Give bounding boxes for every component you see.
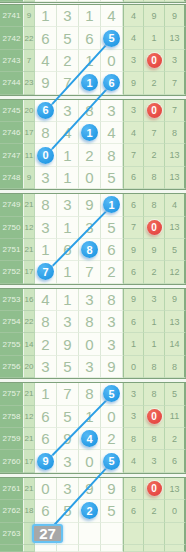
digit-value: 8 bbox=[85, 102, 93, 119]
digit-cell: 1 bbox=[35, 239, 57, 261]
stat-cell: 8 bbox=[123, 478, 144, 500]
sum-cell bbox=[24, 0, 35, 2]
digit-cell: 5 bbox=[101, 167, 123, 189]
digit-cell: 7 bbox=[35, 261, 57, 283]
stat-cell: 13 bbox=[165, 217, 186, 239]
trend-row: 274374210303 bbox=[0, 50, 186, 72]
digit-cell: 4 bbox=[101, 5, 123, 27]
issue-label: 2755 bbox=[3, 340, 21, 349]
stat-value: 6 bbox=[172, 456, 177, 466]
stat-cell: 8 bbox=[144, 194, 165, 216]
stat-value: 6 bbox=[131, 172, 136, 182]
stat-cell: 7 bbox=[123, 144, 144, 166]
issue-cell bbox=[0, 545, 24, 552]
digit-cell: 4 bbox=[35, 50, 57, 72]
digit-cell: 0 bbox=[79, 450, 101, 472]
stat-cell bbox=[144, 0, 165, 2]
stat-cell: 4 bbox=[123, 5, 144, 27]
stat-cell: 6 bbox=[165, 450, 186, 472]
digit-cell: 0 bbox=[35, 144, 57, 166]
digit-cell: 1 bbox=[35, 383, 57, 405]
stat-cell: 9 bbox=[123, 289, 144, 311]
digit-cell: 7 bbox=[57, 72, 79, 94]
stat-value: 9 bbox=[151, 245, 156, 255]
stat-value: 5 bbox=[172, 389, 177, 399]
stat-value: 3 bbox=[151, 294, 156, 304]
digit-value: 3 bbox=[41, 169, 49, 186]
stat-value: 3 bbox=[131, 411, 136, 421]
stat-value: 6 bbox=[131, 506, 136, 516]
blue-circle-mark: 8 bbox=[81, 241, 98, 258]
digit-cell: 8 bbox=[79, 100, 101, 122]
stat-cell: 7 bbox=[165, 100, 186, 122]
issue-cell bbox=[0, 0, 24, 2]
digit-cell: 1 bbox=[57, 167, 79, 189]
stat-value: 13 bbox=[169, 172, 179, 182]
stat-value: 2 bbox=[172, 434, 177, 444]
stat-value: 8 bbox=[151, 362, 156, 372]
issue-label: 2763 bbox=[3, 529, 21, 538]
digit-value: 1 bbox=[63, 147, 71, 164]
issue-label: 2741 bbox=[3, 11, 21, 20]
stat-value: 8 bbox=[131, 484, 136, 494]
digit-cell: 27 bbox=[35, 523, 57, 545]
trend-row: 2762186525620 bbox=[0, 500, 186, 522]
trend-row: 2756203539088 bbox=[0, 356, 186, 378]
issue-cell: 2758 bbox=[0, 406, 24, 428]
stat-value: 13 bbox=[169, 484, 179, 494]
stat-value: 11 bbox=[170, 411, 179, 421]
issue-label: 2753 bbox=[3, 295, 21, 304]
digit-cell: 0 bbox=[79, 333, 101, 355]
digit-cell: 3 bbox=[57, 5, 79, 27]
stat-value: 8 bbox=[172, 128, 177, 138]
stat-cell bbox=[123, 545, 144, 552]
digit-value: 5 bbox=[107, 502, 115, 519]
digit-cell bbox=[101, 0, 123, 2]
stat-value: 7 bbox=[131, 222, 136, 232]
sum-cell: 21 bbox=[24, 239, 35, 261]
issue-cell: 2756 bbox=[0, 356, 24, 378]
digit-value: 1 bbox=[41, 385, 49, 402]
digit-value: 4 bbox=[63, 124, 71, 141]
stat-value: 13 bbox=[169, 33, 179, 43]
stat-value: 5 bbox=[172, 245, 177, 255]
stat-cell: 2 bbox=[144, 261, 165, 283]
digit-cell: 6 bbox=[101, 72, 123, 94]
trend-row: 274191314499 bbox=[0, 5, 186, 27]
stat-cell bbox=[123, 0, 144, 2]
digit-cell: 8 bbox=[35, 194, 57, 216]
digit-value: 1 bbox=[63, 169, 71, 186]
issue-cell: 2762 bbox=[0, 500, 24, 522]
sum-label: 16 bbox=[25, 295, 34, 304]
digit-cell: 3 bbox=[101, 100, 123, 122]
red-circle-mark: 0 bbox=[147, 409, 162, 424]
digit-cell: 0 bbox=[101, 406, 123, 428]
sum-cell: 17 bbox=[24, 261, 35, 283]
digit-cell: 4 bbox=[79, 428, 101, 450]
issue-cell: 2761 bbox=[0, 478, 24, 500]
digit-value: 1 bbox=[63, 263, 71, 280]
issue-label: 2762 bbox=[3, 506, 21, 515]
digit-cell: 6 bbox=[101, 239, 123, 261]
trend-row: 2748931056813 bbox=[0, 167, 186, 189]
digit-cell: 2 bbox=[101, 261, 123, 283]
stat-value: 3 bbox=[172, 55, 177, 65]
digit-value: 0 bbox=[85, 336, 93, 353]
sum-cell: 22 bbox=[24, 311, 35, 333]
blue-circle-mark: 5 bbox=[103, 385, 120, 402]
issue-label: 2746 bbox=[3, 128, 21, 137]
sum-cell: 12 bbox=[24, 406, 35, 428]
sum-cell: 21 bbox=[24, 478, 35, 500]
blue-circle-mark: 1 bbox=[103, 196, 120, 213]
issue-label: 2754 bbox=[3, 317, 21, 326]
blue-circle-mark: 9 bbox=[37, 453, 54, 470]
stat-value: 1 bbox=[151, 339, 156, 349]
stat-cell: 6 bbox=[123, 500, 144, 522]
digit-cell: 3 bbox=[79, 217, 101, 239]
sum-cell: 16 bbox=[24, 289, 35, 311]
stat-cell: 2 bbox=[144, 72, 165, 94]
sum-label: 18 bbox=[25, 506, 34, 515]
stat-cell: 13 bbox=[165, 478, 186, 500]
trend-row: 27422265654113 bbox=[0, 27, 186, 49]
digit-value: 3 bbox=[41, 219, 49, 236]
digit-cell: 5 bbox=[57, 500, 79, 522]
digit-cell: 5 bbox=[101, 27, 123, 49]
sum-label: 9 bbox=[27, 173, 31, 182]
stat-value: 9 bbox=[131, 294, 136, 304]
digit-cell: 1 bbox=[57, 289, 79, 311]
digit-value: 3 bbox=[85, 219, 93, 236]
trend-row: 27542283836113 bbox=[0, 311, 186, 333]
stat-cell: 6 bbox=[123, 311, 144, 333]
stat-cell: 6 bbox=[123, 261, 144, 283]
sum-cell: 20 bbox=[24, 100, 35, 122]
stat-cell: 9 bbox=[165, 289, 186, 311]
digit-value: 6 bbox=[85, 30, 93, 47]
digit-value: 2 bbox=[63, 52, 71, 69]
digit-cell: 8 bbox=[101, 289, 123, 311]
stat-cell: 5 bbox=[165, 383, 186, 405]
digit-cell: 5 bbox=[57, 27, 79, 49]
digit-cell: 9 bbox=[35, 72, 57, 94]
stat-cell: 8 bbox=[165, 356, 186, 378]
issue-label: 2759 bbox=[3, 434, 21, 443]
sum-label: 21 bbox=[25, 200, 34, 209]
digit-cell: 7 bbox=[57, 383, 79, 405]
digit-cell: 2 bbox=[79, 144, 101, 166]
stat-value: 2 bbox=[151, 150, 156, 160]
digit-cell: 9 bbox=[79, 478, 101, 500]
digit-value: 6 bbox=[41, 430, 49, 447]
digit-value: 3 bbox=[63, 7, 71, 24]
sum-cell: 23 bbox=[24, 72, 35, 94]
blue-circle-mark: 0 bbox=[37, 147, 54, 164]
issue-cell: 2741 bbox=[0, 5, 24, 27]
digit-cell: 3 bbox=[101, 311, 123, 333]
digit-cell: 7 bbox=[79, 261, 101, 283]
stat-cell bbox=[165, 523, 186, 545]
digit-value: 8 bbox=[85, 313, 93, 330]
issue-label: 2749 bbox=[3, 200, 21, 209]
stat-value: 1 bbox=[151, 317, 156, 327]
stat-cell: 1 bbox=[144, 27, 165, 49]
digit-value: 1 bbox=[63, 219, 71, 236]
red-circle-mark: 0 bbox=[147, 220, 162, 235]
stat-cell: 4 bbox=[165, 194, 186, 216]
digit-value: 5 bbox=[63, 502, 71, 519]
digit-value: 5 bbox=[63, 358, 71, 375]
trend-row: 2760179305436 bbox=[0, 450, 186, 472]
stat-cell: 3 bbox=[165, 50, 186, 72]
stat-value: 3 bbox=[131, 55, 136, 65]
stat-cell bbox=[123, 523, 144, 545]
sum-label: 21 bbox=[25, 434, 34, 443]
blue-circle-mark: 5 bbox=[103, 30, 120, 47]
digit-cell bbox=[79, 0, 101, 2]
digit-value: 2 bbox=[85, 147, 93, 164]
digit-cell: 3 bbox=[57, 100, 79, 122]
issue-label: 2743 bbox=[3, 56, 21, 65]
partial-row bbox=[0, 0, 186, 2]
stat-cell: 4 bbox=[123, 450, 144, 472]
sum-cell: 22 bbox=[24, 27, 35, 49]
issue-cell: 2759 bbox=[0, 428, 24, 450]
digit-value: 2 bbox=[107, 263, 115, 280]
stat-value: 9 bbox=[172, 11, 177, 21]
sum-label: 11 bbox=[25, 151, 33, 160]
digit-cell: 5 bbox=[101, 383, 123, 405]
digit-cell: 8 bbox=[79, 383, 101, 405]
sum-label: 21 bbox=[25, 484, 34, 493]
digit-value: 9 bbox=[107, 358, 115, 375]
stat-cell: 0 bbox=[165, 500, 186, 522]
digit-cell: 5 bbox=[101, 500, 123, 522]
stat-cell bbox=[165, 0, 186, 2]
stat-cell: 14 bbox=[165, 333, 186, 355]
stat-value: 8 bbox=[151, 389, 156, 399]
stat-cell: 9 bbox=[123, 239, 144, 261]
sum-cell: 11 bbox=[24, 144, 35, 166]
stat-cell: 9 bbox=[144, 5, 165, 27]
digit-value: 8 bbox=[85, 385, 93, 402]
digit-cell: 1 bbox=[79, 50, 101, 72]
stat-value: 4 bbox=[172, 200, 177, 210]
digit-cell bbox=[35, 545, 57, 552]
prediction-input[interactable]: 27 bbox=[32, 524, 63, 543]
stat-value: 13 bbox=[169, 150, 179, 160]
digit-cell: 3 bbox=[57, 194, 79, 216]
digit-cell: 5 bbox=[57, 356, 79, 378]
trend-row: 27551429031114 bbox=[0, 333, 186, 355]
digit-cell: 3 bbox=[79, 289, 101, 311]
stat-value: 4 bbox=[131, 456, 136, 466]
digit-value: 3 bbox=[107, 313, 115, 330]
sum-cell: 14 bbox=[24, 333, 35, 355]
stat-cell: 2 bbox=[144, 144, 165, 166]
stat-cell: 6 bbox=[123, 194, 144, 216]
digit-cell: 0 bbox=[35, 478, 57, 500]
stat-cell: 12 bbox=[165, 261, 186, 283]
stat-cell bbox=[144, 545, 165, 552]
digit-value: 1 bbox=[85, 7, 93, 24]
digit-value: 3 bbox=[107, 336, 115, 353]
trend-row: 2753164138939 bbox=[0, 289, 186, 311]
digit-value: 8 bbox=[41, 313, 49, 330]
issue-label: 2752 bbox=[3, 267, 21, 276]
digit-value: 3 bbox=[85, 291, 93, 308]
issue-label: 2747 bbox=[3, 151, 21, 160]
digit-cell: 3 bbox=[35, 217, 57, 239]
digit-cell: 1 bbox=[57, 144, 79, 166]
digit-value: 3 bbox=[85, 358, 93, 375]
stat-value: 2 bbox=[151, 506, 156, 516]
stat-value: 13 bbox=[169, 317, 179, 327]
digit-value: 3 bbox=[63, 453, 71, 470]
issue-label: 2758 bbox=[3, 412, 21, 421]
issue-label: 2742 bbox=[3, 34, 21, 43]
blue-circle-mark: 1 bbox=[81, 124, 98, 141]
red-circle-mark: 0 bbox=[147, 481, 162, 496]
sum-cell: 12 bbox=[24, 217, 35, 239]
red-circle-mark: 0 bbox=[147, 103, 162, 118]
stat-cell: 7 bbox=[123, 217, 144, 239]
blue-circle-mark: 6 bbox=[37, 102, 54, 119]
digit-value: 5 bbox=[63, 408, 71, 425]
issue-cell: 2754 bbox=[0, 311, 24, 333]
digit-value: 1 bbox=[41, 7, 49, 24]
digit-value: 1 bbox=[63, 291, 71, 308]
sum-cell bbox=[24, 545, 35, 552]
issue-cell: 2752 bbox=[0, 261, 24, 283]
digit-cell: 9 bbox=[57, 428, 79, 450]
digit-value: 0 bbox=[85, 169, 93, 186]
trend-row: 2744239716927 bbox=[0, 72, 186, 94]
stat-cell bbox=[144, 523, 165, 545]
stat-cell bbox=[165, 545, 186, 552]
stat-cell: 8 bbox=[144, 167, 165, 189]
stat-cell: 3 bbox=[123, 50, 144, 72]
digit-cell: 1 bbox=[79, 406, 101, 428]
digit-cell: 8 bbox=[79, 239, 101, 261]
digit-cell: 6 bbox=[79, 27, 101, 49]
partial-row bbox=[0, 545, 186, 552]
digit-cell bbox=[57, 0, 79, 2]
digit-value: 9 bbox=[63, 430, 71, 447]
digit-cell: 3 bbox=[35, 167, 57, 189]
digit-value: 6 bbox=[41, 408, 49, 425]
digit-cell: 5 bbox=[57, 406, 79, 428]
stat-value: 8 bbox=[151, 434, 156, 444]
sum-label: 12 bbox=[25, 223, 34, 232]
stat-cell: 2 bbox=[165, 428, 186, 450]
digit-cell: 8 bbox=[35, 122, 57, 144]
trend-row: 2745206383307 bbox=[0, 100, 186, 122]
stat-cell: 3 bbox=[123, 383, 144, 405]
digit-cell: 0 bbox=[101, 50, 123, 72]
digit-value: 6 bbox=[41, 502, 49, 519]
stat-value: 8 bbox=[172, 362, 177, 372]
stat-value: 7 bbox=[172, 105, 177, 115]
stat-cell: 1 bbox=[144, 333, 165, 355]
stat-value: 14 bbox=[169, 339, 179, 349]
stat-cell: 3 bbox=[144, 450, 165, 472]
stat-cell: 6 bbox=[123, 167, 144, 189]
digit-value: 1 bbox=[85, 52, 93, 69]
issue-label: 2757 bbox=[3, 389, 21, 398]
digit-value: 6 bbox=[63, 241, 71, 258]
digit-value: 4 bbox=[41, 291, 49, 308]
sum-label: 22 bbox=[25, 317, 34, 326]
stat-cell: 0 bbox=[144, 50, 165, 72]
digit-value: 0 bbox=[107, 408, 115, 425]
stat-cell: 0 bbox=[144, 100, 165, 122]
digit-value: 7 bbox=[63, 74, 71, 91]
sum-label: 9 bbox=[27, 11, 31, 20]
sum-cell: 21 bbox=[24, 428, 35, 450]
digit-cell: 6 bbox=[35, 500, 57, 522]
stat-value: 9 bbox=[131, 78, 136, 88]
digit-cell: 9 bbox=[79, 194, 101, 216]
trend-row: 27471101287213 bbox=[0, 144, 186, 166]
issue-cell: 2746 bbox=[0, 122, 24, 144]
digit-cell: 1 bbox=[79, 122, 101, 144]
stat-cell: 0 bbox=[123, 356, 144, 378]
stat-cell: 4 bbox=[123, 27, 144, 49]
stat-cell: 8 bbox=[144, 428, 165, 450]
digit-cell: 5 bbox=[101, 450, 123, 472]
digit-cell bbox=[101, 523, 123, 545]
digit-value: 5 bbox=[63, 30, 71, 47]
digit-cell: 3 bbox=[101, 333, 123, 355]
sum-label: 17 bbox=[25, 128, 34, 137]
stat-value: 8 bbox=[151, 172, 156, 182]
digit-cell: 4 bbox=[101, 122, 123, 144]
digit-cell: 3 bbox=[57, 311, 79, 333]
sum-label: 20 bbox=[25, 362, 34, 371]
digit-cell: 4 bbox=[57, 122, 79, 144]
trend-row: 2749218391684 bbox=[0, 194, 186, 216]
stat-value: 12 bbox=[169, 267, 179, 277]
stat-cell: 4 bbox=[123, 122, 144, 144]
trend-board: 2741913144992742226565411327437421030327… bbox=[0, 0, 186, 552]
stat-value: 9 bbox=[131, 245, 136, 255]
issue-cell: 2760 bbox=[0, 450, 24, 472]
digit-value: 0 bbox=[85, 453, 93, 470]
stat-cell: 3 bbox=[144, 289, 165, 311]
sum-label: 14 bbox=[25, 340, 34, 349]
digit-cell: 8 bbox=[101, 144, 123, 166]
digit-value: 9 bbox=[85, 196, 93, 213]
digit-cell: 9 bbox=[101, 478, 123, 500]
digit-value: 0 bbox=[107, 52, 115, 69]
issue-cell: 2747 bbox=[0, 144, 24, 166]
digit-cell: 8 bbox=[35, 311, 57, 333]
digit-cell: 4 bbox=[35, 289, 57, 311]
digit-value: 3 bbox=[63, 480, 71, 497]
stat-cell: 2 bbox=[144, 500, 165, 522]
stat-cell: 8 bbox=[144, 356, 165, 378]
sum-cell: 9 bbox=[24, 5, 35, 27]
issue-cell: 2751 bbox=[0, 239, 24, 261]
stat-value: 6 bbox=[131, 317, 136, 327]
stat-cell: 0 bbox=[144, 406, 165, 428]
issue-label: 2750 bbox=[3, 223, 21, 232]
digit-cell: 3 bbox=[35, 356, 57, 378]
